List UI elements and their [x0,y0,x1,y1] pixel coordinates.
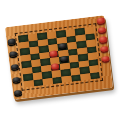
red-checker [51,63,60,69]
red-checker-rail [96,17,105,23]
black-checker-rail [11,64,20,70]
black-checker [58,43,67,49]
black-checker-rail [7,38,16,44]
red-checker-rail [98,27,107,33]
checkers-board [5,15,113,100]
board-grid [18,27,100,88]
red-checker-rail [100,46,109,52]
square-r7c7 [90,72,100,80]
inlay-border [15,23,103,91]
red-checker-rail [99,36,108,42]
photo-scene [0,0,120,120]
red-checker [49,51,58,57]
black-checker-rail [14,89,23,95]
black-checker-rail [9,51,18,57]
red-checker-rail [101,55,110,61]
black-checker-rail [12,77,21,83]
black-checker [60,56,69,62]
